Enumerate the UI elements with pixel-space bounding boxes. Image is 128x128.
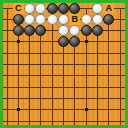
star-point	[17, 108, 20, 111]
grid-line-vertical	[108, 8, 109, 126]
white-stone	[24, 3, 35, 14]
white-stone	[81, 14, 92, 25]
black-stone	[103, 14, 114, 25]
black-stone	[24, 25, 35, 36]
black-stone	[69, 36, 80, 47]
white-stone	[58, 14, 69, 25]
white-stone	[92, 3, 103, 14]
grid-line-horizontal	[3, 64, 125, 65]
grid-line-horizontal	[3, 109, 125, 110]
grid-line-horizontal	[3, 98, 125, 99]
screenshot-root: ABC	[0, 0, 128, 128]
white-stone	[92, 14, 103, 25]
grid-line-horizontal	[3, 53, 125, 54]
black-stone	[58, 3, 69, 14]
grid-line-horizontal	[3, 75, 125, 76]
black-stone	[81, 25, 92, 36]
black-stone	[13, 14, 24, 25]
point-label-c[interactable]: C	[13, 3, 24, 14]
black-stone	[92, 25, 103, 36]
grid-line-horizontal	[3, 87, 125, 88]
black-stone	[47, 3, 58, 14]
grid-line-vertical	[7, 8, 8, 126]
star-point	[85, 40, 88, 43]
black-stone	[35, 25, 46, 36]
grid-line-vertical	[52, 8, 53, 126]
grid-line-vertical	[120, 8, 121, 126]
black-stone	[69, 3, 80, 14]
point-label-b[interactable]: B	[69, 14, 80, 25]
black-stone	[58, 36, 69, 47]
white-stone	[35, 3, 46, 14]
white-stone	[35, 14, 46, 25]
black-stone	[13, 25, 24, 36]
white-stone	[47, 14, 58, 25]
star-point	[85, 108, 88, 111]
white-stone	[69, 25, 80, 36]
white-stone	[24, 14, 35, 25]
grid-line-horizontal	[3, 121, 125, 122]
white-stone	[58, 25, 69, 36]
point-label-a[interactable]: A	[103, 3, 114, 14]
go-board[interactable]: ABC	[3, 3, 125, 125]
star-point	[17, 40, 20, 43]
